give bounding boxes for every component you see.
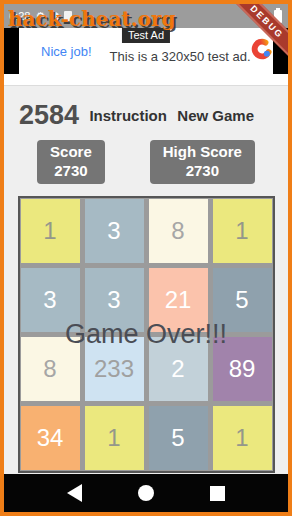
recents-button[interactable] [210,486,225,501]
ad-body-text: This is a 320x50 test ad. [110,49,251,64]
app-content: 2584 Instruction New Game Score 2730 Hig… [4,86,288,512]
tile-r4c1: 34 [21,406,80,470]
android-nav-bar [4,474,288,512]
sim-icon [64,11,72,22]
app-title: 2584 [19,100,79,131]
tile-r4c4: 1 [213,406,272,470]
ad-banner-row: Test Ad Nice job! This is a 320x50 test … [4,28,288,74]
ad-link[interactable]: Nice job! [41,44,92,59]
tile-r1c2: 3 [85,199,144,263]
high-score-box: High Score 2730 [150,140,255,184]
tile-r4c3: 5 [149,406,208,470]
game-over-text: Game Over!!! [18,319,275,350]
score-label: Score [50,143,92,162]
score-value: 2730 [50,162,92,181]
notification-dot-icon [50,12,59,21]
tile-r1c1: 1 [21,199,80,263]
phone-screen: hack-cheat.org DEBUG 6:28 ⚙ Test Ad Nice… [0,0,292,516]
high-score-label: High Score [163,143,242,162]
back-button[interactable] [67,484,82,502]
instruction-button[interactable]: Instruction [89,107,167,124]
tile-r1c3: 8 [149,199,208,263]
ad-banner[interactable]: Test Ad Nice job! This is a 320x50 test … [19,28,273,74]
gear-icon: ⚙ [35,11,45,22]
home-button[interactable] [138,485,154,501]
tile-r1c4: 1 [213,199,272,263]
ad-divider [4,74,288,86]
board-area: 1 3 8 1 3 3 21 5 8 233 2 89 34 1 5 1 Gam… [18,196,275,473]
score-box: Score 2730 [37,140,105,184]
ad-badge: Test Ad [122,28,170,43]
app-header: 2584 Instruction New Game [4,100,288,131]
admob-logo-icon[interactable] [251,38,273,64]
new-game-button[interactable]: New Game [177,107,254,124]
high-score-value: 2730 [163,162,242,181]
status-left-cluster: 6:28 ⚙ [4,10,72,22]
score-row: Score 2730 High Score 2730 [4,140,288,184]
tile-r4c2: 1 [85,406,144,470]
clock: 6:28 [9,10,30,22]
